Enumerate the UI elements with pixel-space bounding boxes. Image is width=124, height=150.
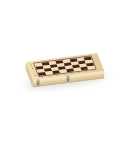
- front-border-mark: [49, 76, 50, 77]
- product-photo-folded-chess-box: [0, 0, 124, 150]
- front-border-mark: [71, 73, 72, 74]
- square-r3c7-light: [87, 66, 95, 70]
- front-border-mark: [56, 75, 57, 76]
- chess-box: [0, 0, 124, 150]
- front-border-mark: [42, 77, 43, 78]
- front-border-mark: [78, 72, 79, 73]
- left-border-mark: [32, 68, 33, 69]
- left-border-mark: [33, 72, 34, 73]
- checkerboard-grid: [34, 57, 95, 76]
- front-border-mark: [64, 74, 65, 75]
- front-border-mark: [85, 71, 86, 72]
- left-border-mark: [31, 65, 32, 66]
- left-border-mark: [35, 75, 36, 76]
- front-border-mark: [93, 70, 94, 71]
